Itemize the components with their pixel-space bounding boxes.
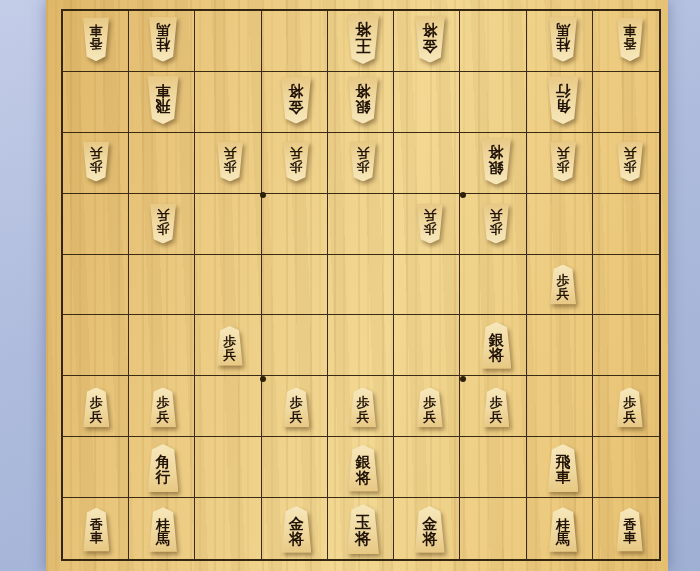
square-3a[interactable]	[460, 11, 526, 72]
piece-pawn-3g[interactable]: 歩 兵	[483, 387, 509, 427]
piece-pawn-4g[interactable]: 歩 兵	[417, 387, 443, 427]
piece-knight-2a[interactable]: 桂 馬	[549, 16, 577, 61]
piece-gold-4a[interactable]: 金 将	[415, 15, 445, 62]
square-5e[interactable]	[328, 255, 394, 316]
piece-pawn-7f[interactable]: 歩 兵	[217, 326, 243, 366]
square-3b[interactable]	[460, 72, 526, 133]
piece-pawn-8g[interactable]: 歩 兵	[150, 387, 176, 427]
square-3h[interactable]	[460, 437, 526, 498]
piece-kanji-lance: 香 車	[617, 17, 643, 61]
piece-silver-5b[interactable]: 銀 将	[348, 77, 378, 124]
piece-kanji-gold: 金 将	[281, 506, 311, 553]
piece-kanji-gold: 金 将	[415, 506, 445, 553]
piece-kanji-lance: 香 車	[83, 17, 109, 61]
piece-lance-1i[interactable]: 香 車	[617, 508, 643, 552]
square-5d[interactable]	[328, 194, 394, 255]
square-7g[interactable]	[195, 376, 261, 437]
square-7d[interactable]	[195, 194, 261, 255]
piece-kanji-pawn: 歩 兵	[417, 203, 443, 243]
square-2g[interactable]	[527, 376, 593, 437]
piece-kanji-knight: 桂 馬	[549, 16, 577, 61]
piece-kanji-lance: 香 車	[83, 508, 109, 552]
piece-kanji-pawn: 歩 兵	[483, 203, 509, 243]
piece-lance-9i[interactable]: 香 車	[83, 508, 109, 552]
piece-kanji-knight: 桂 馬	[149, 507, 177, 552]
piece-knight-2i[interactable]: 桂 馬	[549, 507, 577, 552]
square-6a[interactable]	[262, 11, 328, 72]
piece-bishop-2b[interactable]: 角 行	[548, 76, 579, 124]
square-6h[interactable]	[262, 437, 328, 498]
piece-gold-6b[interactable]: 金 将	[281, 77, 311, 124]
square-4c[interactable]	[394, 133, 460, 194]
piece-kanji-silver: 銀 将	[348, 445, 378, 492]
piece-pawn-6c[interactable]: 歩 兵	[283, 142, 309, 182]
piece-kanji-bishop: 角 行	[548, 76, 579, 124]
piece-kanji-knight: 桂 馬	[549, 507, 577, 552]
square-3i[interactable]	[460, 498, 526, 559]
piece-kanji-lance: 香 車	[617, 508, 643, 552]
star-point	[460, 376, 466, 382]
piece-pawn-5c[interactable]: 歩 兵	[350, 142, 376, 182]
piece-kanji-pawn: 歩 兵	[483, 387, 509, 427]
piece-kanji-pawn: 歩 兵	[150, 203, 176, 243]
piece-pawn-7c[interactable]: 歩 兵	[217, 142, 243, 182]
star-point	[460, 192, 466, 198]
piece-pawn-2e[interactable]: 歩 兵	[550, 265, 576, 305]
piece-kanji-gold: 金 将	[281, 77, 311, 124]
piece-kanji-pawn: 歩 兵	[283, 387, 309, 427]
piece-kanji-pawn: 歩 兵	[617, 387, 643, 427]
piece-rook-2h[interactable]: 飛 車	[548, 444, 579, 492]
piece-kanji-king_sente: 玉 将	[347, 504, 379, 554]
piece-silver-3c[interactable]: 銀 将	[481, 138, 511, 185]
square-4h[interactable]	[394, 437, 460, 498]
piece-pawn-6g[interactable]: 歩 兵	[283, 387, 309, 427]
piece-kanji-king_gote: 王 将	[347, 14, 379, 64]
square-7h[interactable]	[195, 437, 261, 498]
piece-kanji-pawn: 歩 兵	[217, 326, 243, 366]
piece-pawn-3d[interactable]: 歩 兵	[483, 203, 509, 243]
piece-kanji-pawn: 歩 兵	[350, 387, 376, 427]
piece-kanji-pawn: 歩 兵	[83, 387, 109, 427]
square-9f[interactable]	[63, 315, 129, 376]
board-grid: 香 車桂 馬王 将金 将桂 馬香 車飛 車金 将銀 将角 行歩 兵歩 兵歩 兵歩…	[61, 9, 661, 561]
square-1e[interactable]	[593, 255, 659, 316]
piece-pawn-4d[interactable]: 歩 兵	[417, 203, 443, 243]
piece-kanji-pawn: 歩 兵	[217, 142, 243, 182]
square-9h[interactable]	[63, 437, 129, 498]
piece-pawn-8d[interactable]: 歩 兵	[150, 203, 176, 243]
square-6d[interactable]	[262, 194, 328, 255]
piece-kanji-pawn: 歩 兵	[617, 142, 643, 182]
square-8e[interactable]	[129, 255, 195, 316]
square-4e[interactable]	[394, 255, 460, 316]
square-6f[interactable]	[262, 315, 328, 376]
square-7e[interactable]	[195, 255, 261, 316]
piece-kanji-silver: 銀 将	[348, 77, 378, 124]
piece-silver-5h[interactable]: 銀 将	[348, 445, 378, 492]
piece-kanji-pawn: 歩 兵	[83, 142, 109, 182]
square-4b[interactable]	[394, 72, 460, 133]
piece-king-5i[interactable]: 玉 将	[347, 504, 379, 554]
square-1f[interactable]	[593, 315, 659, 376]
square-8f[interactable]	[129, 315, 195, 376]
piece-king-5a[interactable]: 王 将	[347, 14, 379, 64]
square-2d[interactable]	[527, 194, 593, 255]
square-6e[interactable]	[262, 255, 328, 316]
piece-gold-4i[interactable]: 金 将	[415, 506, 445, 553]
star-point	[260, 376, 266, 382]
piece-kanji-rook: 飛 車	[148, 76, 179, 124]
square-9e[interactable]	[63, 255, 129, 316]
piece-lance-9a[interactable]: 香 車	[83, 17, 109, 61]
piece-kanji-bishop: 角 行	[148, 444, 179, 492]
piece-kanji-knight: 桂 馬	[149, 16, 177, 61]
piece-gold-6i[interactable]: 金 将	[281, 506, 311, 553]
piece-kanji-silver: 銀 将	[481, 138, 511, 185]
shogi-board: 香 車桂 馬王 将金 将桂 馬香 車飛 車金 将銀 将角 行歩 兵歩 兵歩 兵歩…	[46, 0, 668, 571]
piece-kanji-rook: 飛 車	[548, 444, 579, 492]
square-9d[interactable]	[63, 194, 129, 255]
piece-knight-8i[interactable]: 桂 馬	[149, 507, 177, 552]
square-8c[interactable]	[129, 133, 195, 194]
piece-silver-3f[interactable]: 銀 将	[481, 322, 511, 369]
square-1b[interactable]	[593, 72, 659, 133]
piece-pawn-5g[interactable]: 歩 兵	[350, 387, 376, 427]
piece-kanji-pawn: 歩 兵	[283, 142, 309, 182]
piece-rook-8b[interactable]: 飛 車	[148, 76, 179, 124]
piece-lance-1a[interactable]: 香 車	[617, 17, 643, 61]
square-2f[interactable]	[527, 315, 593, 376]
piece-pawn-2c[interactable]: 歩 兵	[550, 142, 576, 182]
piece-kanji-pawn: 歩 兵	[150, 387, 176, 427]
piece-pawn-1g[interactable]: 歩 兵	[617, 387, 643, 427]
square-1h[interactable]	[593, 437, 659, 498]
square-1d[interactable]	[593, 194, 659, 255]
photo-scene: 香 車桂 馬王 将金 将桂 馬香 車飛 車金 将銀 将角 行歩 兵歩 兵歩 兵歩…	[0, 0, 700, 571]
piece-kanji-pawn: 歩 兵	[550, 142, 576, 182]
square-7b[interactable]	[195, 72, 261, 133]
star-point	[260, 192, 266, 198]
piece-knight-8a[interactable]: 桂 馬	[149, 16, 177, 61]
piece-pawn-1c[interactable]: 歩 兵	[617, 142, 643, 182]
piece-pawn-9g[interactable]: 歩 兵	[83, 387, 109, 427]
square-7a[interactable]	[195, 11, 261, 72]
square-4f[interactable]	[394, 315, 460, 376]
piece-kanji-pawn: 歩 兵	[350, 142, 376, 182]
piece-bishop-8h[interactable]: 角 行	[148, 444, 179, 492]
square-3e[interactable]	[460, 255, 526, 316]
square-9b[interactable]	[63, 72, 129, 133]
square-5f[interactable]	[328, 315, 394, 376]
piece-kanji-silver: 銀 将	[481, 322, 511, 369]
piece-kanji-gold: 金 将	[415, 15, 445, 62]
piece-kanji-pawn: 歩 兵	[417, 387, 443, 427]
piece-kanji-pawn: 歩 兵	[550, 265, 576, 305]
square-7i[interactable]	[195, 498, 261, 559]
piece-pawn-9c[interactable]: 歩 兵	[83, 142, 109, 182]
